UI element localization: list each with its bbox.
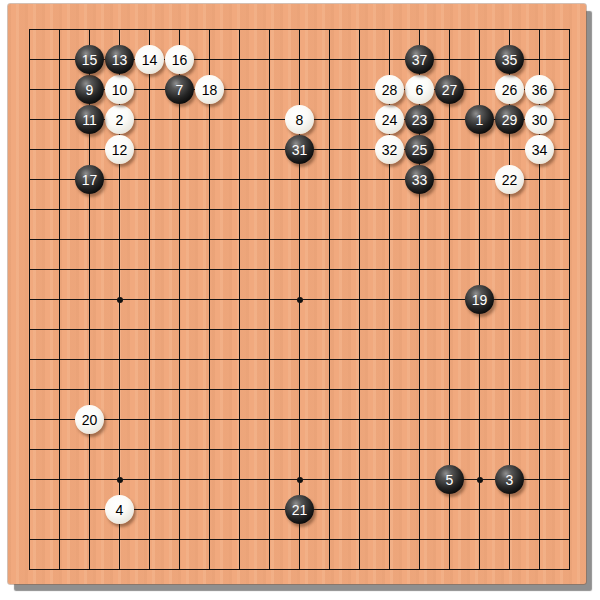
stone-1-black: 1 [465, 105, 494, 134]
stone-23-black: 23 [405, 105, 434, 134]
stone-28-white: 28 [375, 75, 404, 104]
stone-25-black: 25 [405, 135, 434, 164]
stone-number: 20 [82, 412, 98, 426]
stone-16-white: 16 [165, 45, 194, 74]
stone-number: 35 [502, 52, 518, 66]
stone-number: 16 [172, 52, 188, 66]
grid-line-horizontal [29, 329, 570, 330]
stone-17-black: 17 [75, 165, 104, 194]
stone-number: 22 [502, 172, 518, 186]
stone-number: 33 [412, 172, 428, 186]
stone-22-white: 22 [495, 165, 524, 194]
star-point [117, 477, 123, 483]
star-point [477, 477, 483, 483]
stone-36-white: 36 [525, 75, 554, 104]
stone-5-black: 5 [435, 465, 464, 494]
stone-37-black: 37 [405, 45, 434, 74]
grid-line-horizontal [29, 359, 570, 360]
stone-number: 30 [532, 112, 548, 126]
stone-number: 25 [412, 142, 428, 156]
grid-line-horizontal [29, 389, 570, 390]
stone-4-white: 4 [105, 495, 134, 524]
stone-33-black: 33 [405, 165, 434, 194]
stone-number: 29 [502, 112, 518, 126]
stone-19-black: 19 [465, 285, 494, 314]
stone-6-white: 6 [405, 75, 434, 104]
stone-35-black: 35 [495, 45, 524, 74]
star-point [297, 297, 303, 303]
stone-number: 18 [202, 82, 218, 96]
stone-34-white: 34 [525, 135, 554, 164]
grid-line-vertical [569, 29, 570, 570]
stone-number: 24 [382, 112, 398, 126]
stone-number: 31 [292, 142, 308, 156]
stone-20-white: 20 [75, 405, 104, 434]
stone-14-white: 14 [135, 45, 164, 74]
grid-line-horizontal [29, 449, 570, 450]
stone-number: 17 [82, 172, 98, 186]
stone-number: 36 [532, 82, 548, 96]
stone-number: 34 [532, 142, 548, 156]
go-board[interactable]: 1234567891011121314151617181920212223242… [8, 4, 586, 584]
stone-number: 21 [292, 502, 308, 516]
grid-line-horizontal [29, 419, 570, 420]
stone-number: 28 [382, 82, 398, 96]
stone-24-white: 24 [375, 105, 404, 134]
stone-10-white: 10 [105, 75, 134, 104]
stone-27-black: 27 [435, 75, 464, 104]
stone-15-black: 15 [75, 45, 104, 74]
stone-21-black: 21 [285, 495, 314, 524]
stone-9-black: 9 [75, 75, 104, 104]
stone-31-black: 31 [285, 135, 314, 164]
stone-number: 2 [116, 112, 124, 126]
stone-number: 10 [112, 82, 128, 96]
stone-29-black: 29 [495, 105, 524, 134]
stone-32-white: 32 [375, 135, 404, 164]
stone-18-white: 18 [195, 75, 224, 104]
stone-number: 32 [382, 142, 398, 156]
grid-line-vertical [329, 29, 330, 570]
stone-number: 5 [446, 472, 454, 486]
stone-number: 27 [442, 82, 458, 96]
grid-line-horizontal [29, 539, 570, 540]
stone-number: 11 [82, 112, 97, 126]
stone-13-black: 13 [105, 45, 134, 74]
stone-26-white: 26 [495, 75, 524, 104]
stone-number: 12 [112, 142, 128, 156]
stone-number: 37 [412, 52, 428, 66]
star-point [297, 477, 303, 483]
stone-11-black: 11 [75, 105, 104, 134]
stone-number: 1 [476, 112, 484, 126]
stone-number: 3 [506, 472, 514, 486]
stone-number: 15 [82, 52, 98, 66]
stone-number: 14 [142, 52, 158, 66]
stone-number: 23 [412, 112, 428, 126]
stone-8-white: 8 [285, 105, 314, 134]
page: 1234567891011121314151617181920212223242… [0, 0, 600, 600]
stone-number: 26 [502, 82, 518, 96]
stone-number: 7 [176, 82, 184, 96]
stone-3-black: 3 [495, 465, 524, 494]
grid-line-horizontal [29, 569, 570, 570]
stone-7-black: 7 [165, 75, 194, 104]
stone-number: 6 [416, 82, 424, 96]
stone-12-white: 12 [105, 135, 134, 164]
stone-2-white: 2 [105, 105, 134, 134]
stone-number: 19 [472, 292, 488, 306]
stone-number: 8 [296, 112, 304, 126]
stone-number: 4 [116, 502, 124, 516]
stone-30-white: 30 [525, 105, 554, 134]
star-point [117, 297, 123, 303]
stone-number: 13 [112, 52, 128, 66]
stone-number: 9 [86, 82, 94, 96]
grid-line-vertical [359, 29, 360, 570]
